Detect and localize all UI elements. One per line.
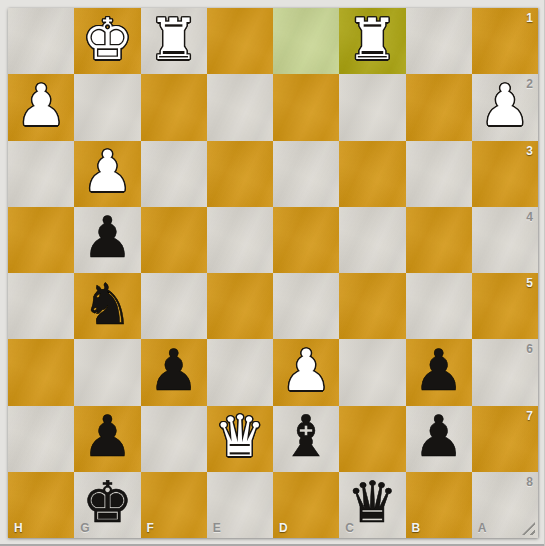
piece-white-pawn[interactable]: ♟: [16, 77, 67, 134]
square-b6[interactable]: ♟: [406, 339, 472, 405]
square-e8[interactable]: E: [207, 472, 273, 538]
square-h5[interactable]: [8, 273, 74, 339]
file-label-h: H: [14, 522, 23, 534]
square-b3[interactable]: [406, 141, 472, 207]
square-c7[interactable]: [339, 406, 405, 472]
board-window-frame: ♚♜♜1♟♟2♟3♟4♞5♟♟♟6♟♛♝♟7H♚GFED♛CB8A: [0, 0, 545, 546]
square-c6[interactable]: [339, 339, 405, 405]
square-h7[interactable]: [8, 406, 74, 472]
square-b7[interactable]: ♟: [406, 406, 472, 472]
square-g7[interactable]: ♟: [74, 406, 140, 472]
square-e5[interactable]: [207, 273, 273, 339]
piece-black-pawn[interactable]: ♟: [82, 408, 133, 465]
piece-white-king[interactable]: ♚: [82, 11, 133, 68]
piece-black-queen[interactable]: ♛: [347, 474, 398, 531]
file-label-a: A: [478, 522, 487, 534]
rank-label-7: 7: [526, 410, 533, 422]
square-f2[interactable]: [141, 74, 207, 140]
square-c2[interactable]: [339, 74, 405, 140]
square-e3[interactable]: [207, 141, 273, 207]
square-g1[interactable]: ♚: [74, 8, 140, 74]
square-a3[interactable]: 3: [472, 141, 538, 207]
square-d6[interactable]: ♟: [273, 339, 339, 405]
rank-label-8: 8: [526, 476, 533, 488]
rank-label-6: 6: [526, 343, 533, 355]
square-d5[interactable]: [273, 273, 339, 339]
square-h8[interactable]: H: [8, 472, 74, 538]
file-label-e: E: [213, 522, 221, 534]
square-f4[interactable]: [141, 207, 207, 273]
piece-white-rook[interactable]: ♜: [148, 11, 199, 68]
piece-white-pawn[interactable]: ♟: [82, 143, 133, 200]
rank-label-4: 4: [526, 211, 533, 223]
piece-black-pawn[interactable]: ♟: [413, 342, 464, 399]
square-e7[interactable]: ♛: [207, 406, 273, 472]
square-g8[interactable]: ♚G: [74, 472, 140, 538]
piece-black-pawn[interactable]: ♟: [413, 408, 464, 465]
square-h3[interactable]: [8, 141, 74, 207]
square-b5[interactable]: [406, 273, 472, 339]
piece-black-bishop[interactable]: ♝: [281, 408, 332, 465]
square-a7[interactable]: 7: [472, 406, 538, 472]
piece-white-rook[interactable]: ♜: [347, 11, 398, 68]
square-b4[interactable]: [406, 207, 472, 273]
square-h2[interactable]: ♟: [8, 74, 74, 140]
square-f5[interactable]: [141, 273, 207, 339]
square-d3[interactable]: [273, 141, 339, 207]
square-a2[interactable]: ♟2: [472, 74, 538, 140]
square-c8[interactable]: ♛C: [339, 472, 405, 538]
square-d4[interactable]: [273, 207, 339, 273]
square-b2[interactable]: [406, 74, 472, 140]
file-label-f: F: [147, 522, 154, 534]
square-h4[interactable]: [8, 207, 74, 273]
square-c3[interactable]: [339, 141, 405, 207]
square-h1[interactable]: [8, 8, 74, 74]
rank-label-5: 5: [526, 277, 533, 289]
square-g2[interactable]: [74, 74, 140, 140]
square-f3[interactable]: [141, 141, 207, 207]
square-e6[interactable]: [207, 339, 273, 405]
square-g6[interactable]: [74, 339, 140, 405]
piece-white-pawn[interactable]: ♟: [281, 342, 332, 399]
square-e2[interactable]: [207, 74, 273, 140]
resize-handle-icon[interactable]: [522, 522, 535, 535]
square-e4[interactable]: [207, 207, 273, 273]
square-d7[interactable]: ♝: [273, 406, 339, 472]
square-f8[interactable]: F: [141, 472, 207, 538]
file-label-b: B: [412, 522, 421, 534]
square-f7[interactable]: [141, 406, 207, 472]
square-a6[interactable]: 6: [472, 339, 538, 405]
square-g4[interactable]: ♟: [74, 207, 140, 273]
square-f1[interactable]: ♜: [141, 8, 207, 74]
piece-black-pawn[interactable]: ♟: [82, 209, 133, 266]
square-e1[interactable]: [207, 8, 273, 74]
square-d1[interactable]: [273, 8, 339, 74]
square-d8[interactable]: D: [273, 472, 339, 538]
square-f6[interactable]: ♟: [141, 339, 207, 405]
square-g5[interactable]: ♞: [74, 273, 140, 339]
square-c1[interactable]: ♜: [339, 8, 405, 74]
piece-black-king[interactable]: ♚: [82, 474, 133, 531]
square-a4[interactable]: 4: [472, 207, 538, 273]
square-a8[interactable]: 8A: [472, 472, 538, 538]
square-a5[interactable]: 5: [472, 273, 538, 339]
square-b1[interactable]: [406, 8, 472, 74]
square-a1[interactable]: 1: [472, 8, 538, 74]
piece-black-pawn[interactable]: ♟: [148, 342, 199, 399]
piece-white-queen[interactable]: ♛: [214, 408, 265, 465]
rank-label-3: 3: [526, 145, 533, 157]
piece-white-pawn[interactable]: ♟: [479, 77, 530, 134]
chess-board: ♚♜♜1♟♟2♟3♟4♞5♟♟♟6♟♛♝♟7H♚GFED♛CB8A: [8, 8, 538, 538]
rank-label-1: 1: [526, 12, 533, 24]
square-g3[interactable]: ♟: [74, 141, 140, 207]
square-c5[interactable]: [339, 273, 405, 339]
square-c4[interactable]: [339, 207, 405, 273]
file-label-d: D: [279, 522, 288, 534]
piece-black-knight[interactable]: ♞: [82, 276, 133, 333]
square-h6[interactable]: [8, 339, 74, 405]
square-b8[interactable]: B: [406, 472, 472, 538]
square-d2[interactable]: [273, 74, 339, 140]
